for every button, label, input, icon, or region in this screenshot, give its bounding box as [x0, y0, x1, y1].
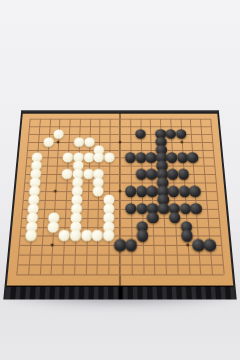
white-stone [94, 153, 105, 163]
hinge-notch [118, 287, 121, 300]
board-side-band [5, 286, 234, 300]
black-stone [187, 153, 199, 163]
black-stone [190, 203, 202, 214]
star-point [57, 140, 60, 143]
black-stone [169, 212, 181, 224]
white-stone [83, 153, 94, 163]
white-stone [48, 221, 60, 232]
black-stone [175, 129, 186, 139]
photo-scene [0, 0, 240, 360]
star-point [51, 244, 54, 247]
white-stone [58, 230, 70, 242]
star-point [119, 190, 122, 193]
white-stone [74, 137, 85, 147]
grid-line-horizontal [18, 255, 222, 256]
black-stone [125, 239, 137, 251]
grid-line-horizontal [16, 274, 223, 275]
black-stone [114, 239, 126, 251]
white-stone [104, 153, 115, 163]
grid-line-horizontal [23, 200, 218, 201]
white-stone [43, 137, 54, 147]
white-stone [25, 230, 37, 242]
white-stone [93, 186, 104, 197]
white-stone [83, 169, 94, 179]
star-point [54, 190, 57, 193]
board-surface [7, 114, 233, 286]
white-stone [53, 129, 64, 139]
white-stone [92, 230, 104, 242]
white-stone [62, 169, 73, 179]
white-stone [84, 137, 95, 147]
white-stone [69, 230, 81, 242]
star-point [186, 244, 189, 247]
black-stone [177, 169, 189, 180]
black-stone [181, 230, 194, 242]
white-stone [103, 230, 114, 242]
go-board [3, 110, 236, 299]
star-point [119, 140, 122, 143]
black-stone [136, 230, 148, 242]
black-stone [135, 129, 146, 139]
white-stone [81, 230, 93, 242]
black-stone [147, 212, 159, 224]
goban-grid [16, 119, 223, 275]
star-point [180, 140, 183, 143]
black-stone [189, 186, 201, 197]
black-stone [203, 239, 216, 251]
white-stone [62, 153, 73, 163]
grid-line-horizontal [17, 264, 223, 265]
